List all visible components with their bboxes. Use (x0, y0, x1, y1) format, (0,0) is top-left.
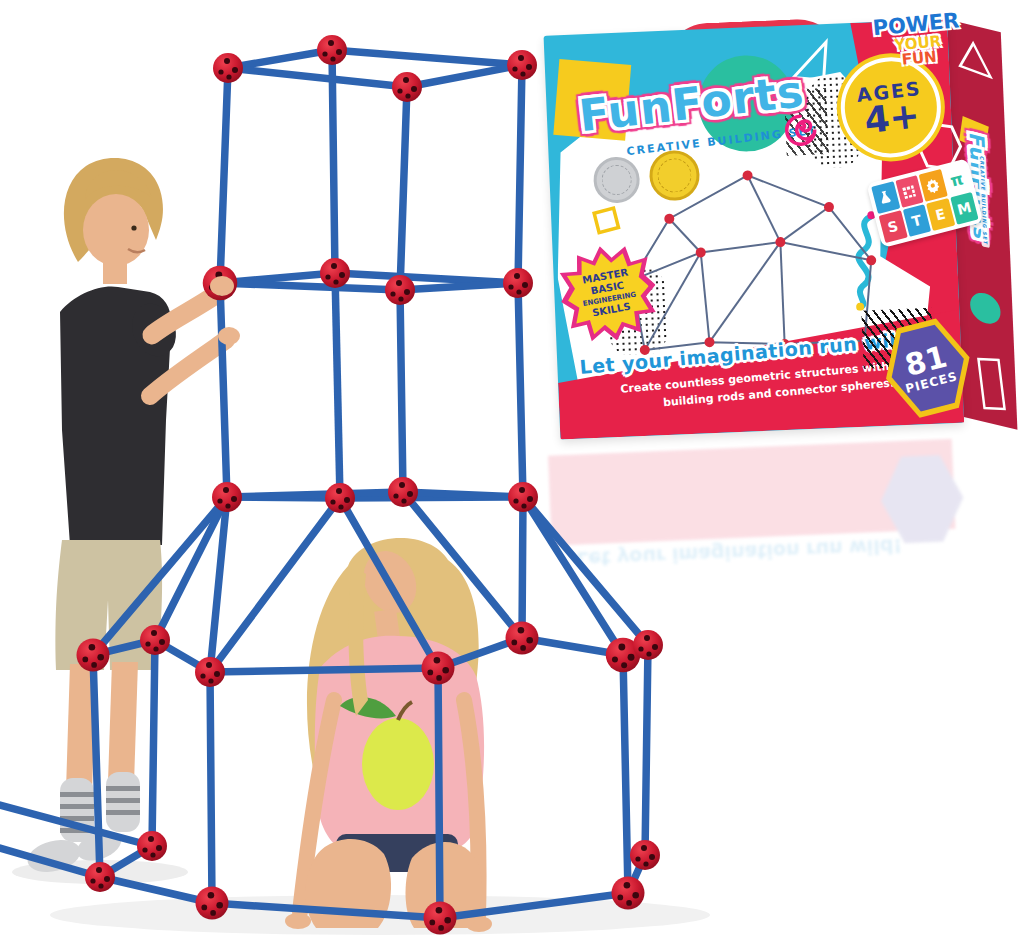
girl-figure (285, 538, 492, 932)
product-photo: Let your imagination run wild! FunForts … (0, 0, 1024, 943)
power-your-fun-logo: POWER YOUR FUN (872, 10, 963, 70)
boy-figure (24, 158, 226, 877)
pink-spiral-icon (779, 102, 827, 150)
stem-letter-e: E (926, 198, 955, 231)
flask-icon (871, 181, 900, 214)
skills-star-badge: MASTER BASIC ENGINEERING SKILLS (552, 237, 664, 349)
stem-letter-s: S (879, 210, 908, 243)
gear-icon (919, 169, 948, 202)
pi-icon: π (942, 163, 971, 196)
box-front-face: FunForts CREATIVE BUILDING SET POWER YOU… (544, 19, 965, 440)
stem-letter-m: M (950, 192, 979, 225)
product-box: FunForts CREATIVE BUILDING SET FunForts (552, 4, 1024, 484)
